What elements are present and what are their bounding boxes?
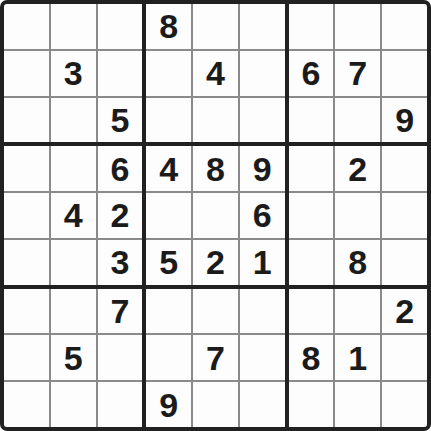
cell-r1c6[interactable] <box>240 4 285 49</box>
given-digit: 4 <box>64 198 83 232</box>
cell-r5c3[interactable]: 2 <box>98 193 143 238</box>
cell-r4c4[interactable]: 4 <box>146 146 191 191</box>
cell-r8c5[interactable]: 7 <box>193 335 238 380</box>
cell-r9c1[interactable] <box>4 382 49 427</box>
given-digit: 4 <box>159 152 178 186</box>
cell-r4c8[interactable]: 2 <box>335 146 380 191</box>
cell-r5c1[interactable] <box>4 193 49 238</box>
cell-r2c8[interactable]: 7 <box>335 51 380 96</box>
given-digit: 9 <box>159 388 178 422</box>
cell-r9c4[interactable]: 9 <box>146 382 191 427</box>
cell-r5c5[interactable] <box>193 193 238 238</box>
cell-r4c1[interactable] <box>4 146 49 191</box>
given-digit: 3 <box>64 56 83 90</box>
cell-r1c7[interactable] <box>289 4 334 49</box>
cell-r6c9[interactable] <box>382 240 427 285</box>
cell-r6c3[interactable]: 3 <box>98 240 143 285</box>
cell-r9c8[interactable] <box>335 382 380 427</box>
cell-r7c9[interactable]: 2 <box>382 289 427 334</box>
cell-r2c4[interactable] <box>146 51 191 96</box>
given-digit: 3 <box>110 245 129 279</box>
given-digit: 5 <box>64 341 83 375</box>
cell-r3c2[interactable] <box>51 98 96 143</box>
cell-r5c7[interactable] <box>289 193 334 238</box>
given-digit: 2 <box>110 198 129 232</box>
cell-r1c9[interactable] <box>382 4 427 49</box>
cell-r4c6[interactable]: 9 <box>240 146 285 191</box>
cell-r8c7[interactable]: 8 <box>289 335 334 380</box>
given-digit: 5 <box>159 245 178 279</box>
given-digit: 2 <box>395 294 414 328</box>
given-digit: 8 <box>206 152 225 186</box>
cell-r1c4[interactable]: 8 <box>146 4 191 49</box>
cell-r1c3[interactable] <box>98 4 143 49</box>
cell-r7c5[interactable] <box>193 289 238 334</box>
cell-r1c5[interactable] <box>193 4 238 49</box>
cell-r3c5[interactable] <box>193 98 238 143</box>
cell-r8c2[interactable]: 5 <box>51 335 96 380</box>
cell-r8c8[interactable]: 1 <box>335 335 380 380</box>
cell-r2c9[interactable] <box>382 51 427 96</box>
cell-r3c4[interactable] <box>146 98 191 143</box>
cell-r4c5[interactable]: 8 <box>193 146 238 191</box>
given-digit: 4 <box>206 56 225 90</box>
cell-r4c3[interactable]: 6 <box>98 146 143 191</box>
cell-r8c9[interactable] <box>382 335 427 380</box>
given-digit: 6 <box>110 152 129 186</box>
given-digit: 8 <box>348 245 367 279</box>
cell-r2c5[interactable]: 4 <box>193 51 238 96</box>
cell-r2c2[interactable]: 3 <box>51 51 96 96</box>
cell-r7c2[interactable] <box>51 289 96 334</box>
given-digit: 7 <box>206 341 225 375</box>
cell-r3c1[interactable] <box>4 98 49 143</box>
cell-r3c7[interactable] <box>289 98 334 143</box>
given-digit: 5 <box>110 103 129 137</box>
given-digit: 6 <box>302 56 321 90</box>
cell-r1c1[interactable] <box>4 4 49 49</box>
given-digit: 2 <box>206 245 225 279</box>
cell-r1c2[interactable] <box>51 4 96 49</box>
cell-r8c3[interactable] <box>98 335 143 380</box>
cell-r3c3[interactable]: 5 <box>98 98 143 143</box>
cell-r6c1[interactable] <box>4 240 49 285</box>
cell-r8c1[interactable] <box>4 335 49 380</box>
cell-r2c3[interactable] <box>98 51 143 96</box>
cell-r9c6[interactable] <box>240 382 285 427</box>
cell-r6c2[interactable] <box>51 240 96 285</box>
given-digit: 9 <box>395 103 414 137</box>
cell-r2c1[interactable] <box>4 51 49 96</box>
cell-r6c6[interactable]: 1 <box>240 240 285 285</box>
given-digit: 8 <box>159 9 178 43</box>
cell-r9c7[interactable] <box>289 382 334 427</box>
cell-r9c2[interactable] <box>51 382 96 427</box>
box-6: 28 <box>289 146 427 284</box>
given-digit: 2 <box>348 152 367 186</box>
given-digit: 7 <box>110 294 129 328</box>
cell-r5c2[interactable]: 4 <box>51 193 96 238</box>
cell-r9c3[interactable] <box>98 382 143 427</box>
given-digit: 9 <box>253 152 272 186</box>
box-4: 6423 <box>4 146 142 284</box>
cell-r1c8[interactable] <box>335 4 380 49</box>
given-digit: 7 <box>348 56 367 90</box>
cell-r7c3[interactable]: 7 <box>98 289 143 334</box>
cell-r7c1[interactable] <box>4 289 49 334</box>
cell-r7c8[interactable] <box>335 289 380 334</box>
cell-r6c5[interactable]: 2 <box>193 240 238 285</box>
cell-r5c4[interactable] <box>146 193 191 238</box>
given-digit: 1 <box>348 341 367 375</box>
cell-r6c4[interactable]: 5 <box>146 240 191 285</box>
given-digit: 1 <box>253 245 272 279</box>
cell-r2c7[interactable]: 6 <box>289 51 334 96</box>
cell-r5c8[interactable] <box>335 193 380 238</box>
cell-r7c4[interactable] <box>146 289 191 334</box>
cell-r9c5[interactable] <box>193 382 238 427</box>
cell-r5c9[interactable] <box>382 193 427 238</box>
cell-r9c9[interactable] <box>382 382 427 427</box>
box-1: 35 <box>4 4 142 142</box>
box-2: 84 <box>146 4 284 142</box>
cell-r4c2[interactable] <box>51 146 96 191</box>
box-3: 679 <box>289 4 427 142</box>
given-digit: 6 <box>253 198 272 232</box>
box-9: 281 <box>289 289 427 427</box>
box-5: 4896521 <box>146 146 284 284</box>
cell-r4c7[interactable] <box>289 146 334 191</box>
cell-r8c6[interactable] <box>240 335 285 380</box>
cell-r6c7[interactable] <box>289 240 334 285</box>
cell-r7c6[interactable] <box>240 289 285 334</box>
box-8: 79 <box>146 289 284 427</box>
cell-r4c9[interactable] <box>382 146 427 191</box>
sudoku-board: 358467964234896521287579281 <box>0 0 431 431</box>
cell-r6c8[interactable]: 8 <box>335 240 380 285</box>
cell-r7c7[interactable] <box>289 289 334 334</box>
given-digit: 8 <box>302 341 321 375</box>
cell-r2c6[interactable] <box>240 51 285 96</box>
cell-r3c9[interactable]: 9 <box>382 98 427 143</box>
box-7: 75 <box>4 289 142 427</box>
cell-r3c6[interactable] <box>240 98 285 143</box>
cell-r5c6[interactable]: 6 <box>240 193 285 238</box>
cell-r8c4[interactable] <box>146 335 191 380</box>
cell-r3c8[interactable] <box>335 98 380 143</box>
